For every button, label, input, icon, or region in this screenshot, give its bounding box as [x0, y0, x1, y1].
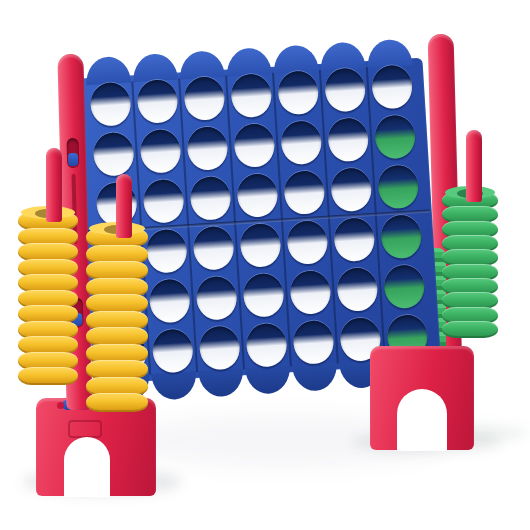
board-scallops [74, 38, 421, 59]
storage-pole [116, 174, 132, 238]
ring-stack-left-front [86, 228, 148, 412]
board-hole [92, 131, 135, 176]
board-hole [326, 117, 369, 162]
board-hole [239, 222, 282, 267]
board-hole [382, 264, 425, 309]
board-hole [136, 78, 179, 123]
board-hole [151, 328, 194, 373]
board-hole [195, 275, 238, 320]
board-hole [139, 128, 182, 173]
leg-arch-cutout [397, 389, 447, 451]
board-hole [289, 269, 332, 314]
board-hole [186, 125, 229, 170]
board-hole [336, 266, 379, 311]
board-hole [189, 175, 232, 220]
board-hole [329, 167, 372, 212]
a-frame-leg-left [36, 398, 156, 496]
board-hole [376, 164, 419, 209]
board-hole [276, 70, 319, 115]
board-hole [323, 67, 366, 112]
yellow-ring [18, 367, 78, 385]
board-hole [379, 214, 422, 259]
board-hole [333, 217, 376, 262]
storage-pole [466, 130, 482, 202]
board-hole [292, 319, 335, 364]
green-ring [442, 321, 498, 338]
board-hole [192, 225, 235, 270]
leg-arch-cutout [64, 437, 110, 497]
board-hole [148, 278, 191, 323]
board-hole [283, 169, 326, 214]
board-hole [245, 322, 288, 367]
board-hole [89, 81, 132, 126]
ring-stack-left-back [18, 212, 78, 385]
board-hole [279, 120, 322, 165]
board-hole [230, 73, 273, 118]
board-hole [242, 272, 285, 317]
leg-panel [68, 420, 102, 438]
storage-pole [46, 148, 62, 222]
ring-stack-right [442, 192, 498, 338]
board-hole [183, 75, 226, 120]
board-hole [370, 64, 413, 109]
blue-latch [68, 153, 78, 166]
board-hole [198, 325, 241, 370]
board-hole [233, 122, 276, 167]
board-hole [373, 114, 416, 159]
board-hole [236, 172, 279, 217]
post-slot [67, 138, 80, 168]
board-hole [145, 228, 188, 273]
product-photo-giant-connect-four [0, 0, 530, 530]
board-hole [142, 178, 185, 223]
a-frame-leg-right [370, 346, 474, 450]
board-hole [286, 219, 329, 264]
yellow-ring [86, 393, 148, 412]
